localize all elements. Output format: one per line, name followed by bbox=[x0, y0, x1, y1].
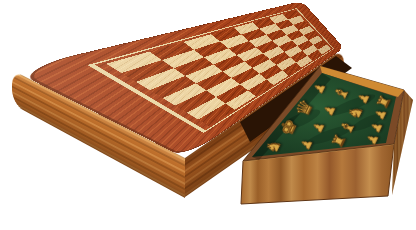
chess-set-photo: ♟ ♝ ♟ ♜ ♛ ♟ ♞ ♟ ♚ ♟ ♝ ♟ ♞ ♟ ♜ ♟ bbox=[0, 0, 416, 230]
